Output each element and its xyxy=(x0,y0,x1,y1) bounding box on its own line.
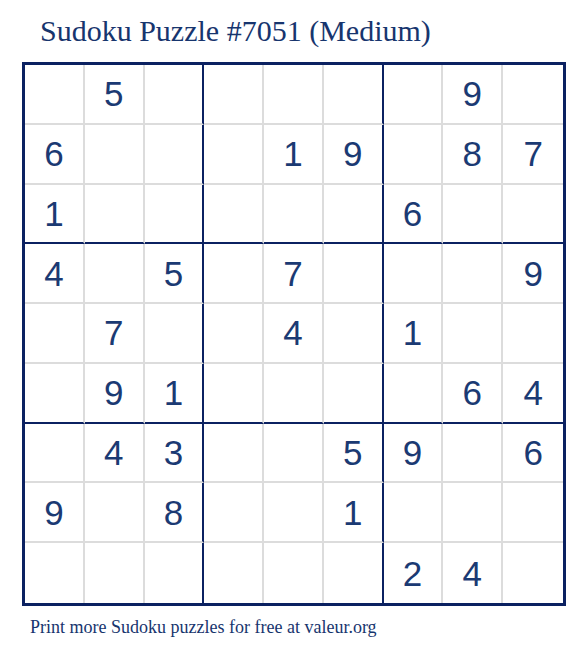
sudoku-cell-r4c8 xyxy=(443,244,503,304)
footer-text: Print more Sudoku puzzles for free at va… xyxy=(30,617,377,638)
sudoku-cell-r9c4 xyxy=(204,543,264,603)
sudoku-cell-r8c4 xyxy=(204,483,264,543)
sudoku-cell-r7c5 xyxy=(264,424,324,484)
sudoku-cell-r1c8: 9 xyxy=(443,65,503,125)
sudoku-cell-r3c9 xyxy=(503,185,563,245)
sudoku-page: Sudoku Puzzle #7051 (Medium) 59619871645… xyxy=(0,0,574,651)
sudoku-cell-r1c3 xyxy=(145,65,205,125)
sudoku-cell-r6c3: 1 xyxy=(145,364,205,424)
sudoku-cell-r9c3 xyxy=(145,543,205,603)
sudoku-cell-r5c1 xyxy=(25,304,85,364)
sudoku-cell-r9c6 xyxy=(324,543,384,603)
sudoku-cell-r3c5 xyxy=(264,185,324,245)
sudoku-cell-r7c2: 4 xyxy=(85,424,145,484)
sudoku-cell-r3c6 xyxy=(324,185,384,245)
sudoku-cell-r2c1: 6 xyxy=(25,125,85,185)
sudoku-cell-r5c3 xyxy=(145,304,205,364)
sudoku-cell-r2c3 xyxy=(145,125,205,185)
sudoku-cell-r3c2 xyxy=(85,185,145,245)
sudoku-cell-r1c9 xyxy=(503,65,563,125)
sudoku-cell-r2c2 xyxy=(85,125,145,185)
sudoku-cell-r8c6: 1 xyxy=(324,483,384,543)
sudoku-cell-r1c2: 5 xyxy=(85,65,145,125)
sudoku-cell-r1c6 xyxy=(324,65,384,125)
sudoku-cell-r3c1: 1 xyxy=(25,185,85,245)
sudoku-cell-r6c6 xyxy=(324,364,384,424)
sudoku-cell-r9c7: 2 xyxy=(384,543,444,603)
sudoku-cell-r4c2 xyxy=(85,244,145,304)
sudoku-cell-r2c4 xyxy=(204,125,264,185)
sudoku-cell-r2c6: 9 xyxy=(324,125,384,185)
sudoku-cell-r5c5: 4 xyxy=(264,304,324,364)
sudoku-cell-r5c4 xyxy=(204,304,264,364)
sudoku-cell-r5c6 xyxy=(324,304,384,364)
sudoku-cell-r8c2 xyxy=(85,483,145,543)
sudoku-cell-r4c7 xyxy=(384,244,444,304)
sudoku-cell-r8c7 xyxy=(384,483,444,543)
sudoku-cell-r6c1 xyxy=(25,364,85,424)
sudoku-cell-r6c8: 6 xyxy=(443,364,503,424)
sudoku-cell-r4c1: 4 xyxy=(25,244,85,304)
sudoku-cell-r4c3: 5 xyxy=(145,244,205,304)
sudoku-cell-r6c4 xyxy=(204,364,264,424)
sudoku-cell-r8c1: 9 xyxy=(25,483,85,543)
sudoku-cell-r3c4 xyxy=(204,185,264,245)
sudoku-cell-r5c7: 1 xyxy=(384,304,444,364)
sudoku-cell-r3c7: 6 xyxy=(384,185,444,245)
sudoku-board: 596198716457974191644359698124 xyxy=(22,62,566,606)
sudoku-grid: 596198716457974191644359698124 xyxy=(25,65,563,603)
sudoku-cell-r3c8 xyxy=(443,185,503,245)
sudoku-cell-r7c8 xyxy=(443,424,503,484)
sudoku-cell-r6c7 xyxy=(384,364,444,424)
sudoku-cell-r7c1 xyxy=(25,424,85,484)
sudoku-cell-r7c3: 3 xyxy=(145,424,205,484)
sudoku-cell-r5c2: 7 xyxy=(85,304,145,364)
sudoku-cell-r1c5 xyxy=(264,65,324,125)
sudoku-cell-r7c9: 6 xyxy=(503,424,563,484)
sudoku-cell-r8c5 xyxy=(264,483,324,543)
sudoku-cell-r7c6: 5 xyxy=(324,424,384,484)
sudoku-cell-r1c1 xyxy=(25,65,85,125)
sudoku-cell-r4c6 xyxy=(324,244,384,304)
sudoku-cell-r6c9: 4 xyxy=(503,364,563,424)
page-title: Sudoku Puzzle #7051 (Medium) xyxy=(40,14,431,48)
sudoku-cell-r6c2: 9 xyxy=(85,364,145,424)
sudoku-cell-r2c5: 1 xyxy=(264,125,324,185)
sudoku-cell-r8c8 xyxy=(443,483,503,543)
sudoku-cell-r7c4 xyxy=(204,424,264,484)
sudoku-cell-r2c9: 7 xyxy=(503,125,563,185)
sudoku-cell-r9c8: 4 xyxy=(443,543,503,603)
sudoku-cell-r7c7: 9 xyxy=(384,424,444,484)
sudoku-cell-r3c3 xyxy=(145,185,205,245)
sudoku-cell-r5c9 xyxy=(503,304,563,364)
sudoku-cell-r2c7 xyxy=(384,125,444,185)
sudoku-cell-r6c5 xyxy=(264,364,324,424)
sudoku-cell-r9c5 xyxy=(264,543,324,603)
sudoku-cell-r4c4 xyxy=(204,244,264,304)
sudoku-cell-r4c5: 7 xyxy=(264,244,324,304)
sudoku-cell-r1c4 xyxy=(204,65,264,125)
sudoku-cell-r9c1 xyxy=(25,543,85,603)
sudoku-cell-r9c2 xyxy=(85,543,145,603)
sudoku-cell-r8c9 xyxy=(503,483,563,543)
sudoku-cell-r1c7 xyxy=(384,65,444,125)
sudoku-cell-r5c8 xyxy=(443,304,503,364)
sudoku-cell-r8c3: 8 xyxy=(145,483,205,543)
sudoku-cell-r2c8: 8 xyxy=(443,125,503,185)
sudoku-cell-r9c9 xyxy=(503,543,563,603)
sudoku-cell-r4c9: 9 xyxy=(503,244,563,304)
